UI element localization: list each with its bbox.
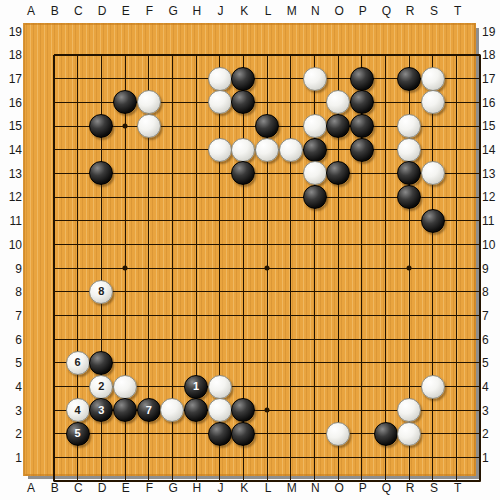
intersection-C3[interactable]: [90, 422, 114, 446]
intersection-N4[interactable]: [326, 398, 350, 422]
intersection-N11[interactable]: [326, 233, 350, 257]
intersection-R19[interactable]: [421, 43, 445, 67]
intersection-L8[interactable]: [279, 304, 303, 328]
intersection-N7[interactable]: [326, 327, 350, 351]
intersection-Q8[interactable]: [397, 304, 421, 328]
intersection-A13[interactable]: [42, 185, 66, 209]
intersection-B5[interactable]: [66, 375, 90, 399]
intersection-N3[interactable]: [326, 422, 350, 446]
intersection-M6[interactable]: [303, 351, 327, 375]
intersection-O14[interactable]: [350, 162, 374, 186]
intersection-D8[interactable]: [113, 304, 137, 328]
intersection-A3[interactable]: [42, 422, 66, 446]
intersection-K15[interactable]: [255, 138, 279, 162]
intersection-L4[interactable]: [279, 398, 303, 422]
intersection-L9[interactable]: [279, 280, 303, 304]
intersection-H2[interactable]: [208, 446, 232, 470]
intersection-G19[interactable]: [184, 43, 208, 67]
intersection-H15[interactable]: [208, 138, 232, 162]
intersection-B7[interactable]: [66, 327, 90, 351]
intersection-K9[interactable]: [255, 280, 279, 304]
intersection-S2[interactable]: [445, 446, 469, 470]
intersection-E9[interactable]: [137, 280, 161, 304]
intersection-F8[interactable]: [161, 304, 185, 328]
intersection-F10[interactable]: [161, 256, 185, 280]
intersection-H18[interactable]: [208, 67, 232, 91]
intersection-J9[interactable]: [232, 280, 256, 304]
intersection-L13[interactable]: [279, 185, 303, 209]
intersection-L18[interactable]: [279, 67, 303, 91]
intersection-H19[interactable]: [208, 43, 232, 67]
intersection-N12[interactable]: [326, 209, 350, 233]
intersection-Q10[interactable]: [397, 256, 421, 280]
intersection-R11[interactable]: [421, 233, 445, 257]
intersection-E4[interactable]: 7: [137, 398, 161, 422]
intersection-E6[interactable]: [137, 351, 161, 375]
intersection-N5[interactable]: [326, 375, 350, 399]
intersection-L14[interactable]: [279, 162, 303, 186]
intersection-B16[interactable]: [66, 114, 90, 138]
intersection-A18[interactable]: [42, 67, 66, 91]
intersection-J10[interactable]: [232, 256, 256, 280]
intersection-J2[interactable]: [232, 446, 256, 470]
intersection-K3[interactable]: [255, 422, 279, 446]
intersection-E18[interactable]: [137, 67, 161, 91]
intersection-K18[interactable]: [255, 67, 279, 91]
intersection-P3[interactable]: [374, 422, 398, 446]
intersection-N16[interactable]: [326, 114, 350, 138]
intersection-C19[interactable]: [90, 43, 114, 67]
intersection-B13[interactable]: [66, 185, 90, 209]
intersection-E5[interactable]: [137, 375, 161, 399]
intersection-L15[interactable]: [279, 138, 303, 162]
intersection-S13[interactable]: [445, 185, 469, 209]
intersection-R6[interactable]: [421, 351, 445, 375]
intersection-H17[interactable]: [208, 91, 232, 115]
intersection-J6[interactable]: [232, 351, 256, 375]
intersection-S7[interactable]: [445, 327, 469, 351]
intersection-P16[interactable]: [374, 114, 398, 138]
intersection-C13[interactable]: [90, 185, 114, 209]
intersection-R13[interactable]: [421, 185, 445, 209]
intersection-A4[interactable]: [42, 398, 66, 422]
intersection-M17[interactable]: [303, 91, 327, 115]
intersection-A8[interactable]: [42, 304, 66, 328]
intersection-P19[interactable]: [374, 43, 398, 67]
intersection-M10[interactable]: [303, 256, 327, 280]
intersection-C14[interactable]: [90, 162, 114, 186]
intersection-A6[interactable]: [42, 351, 66, 375]
intersection-D2[interactable]: [113, 446, 137, 470]
intersection-D4[interactable]: [113, 398, 137, 422]
intersection-F5[interactable]: [161, 375, 185, 399]
intersection-K7[interactable]: [255, 327, 279, 351]
intersection-M3[interactable]: [303, 422, 327, 446]
intersection-E8[interactable]: [137, 304, 161, 328]
intersection-P18[interactable]: [374, 67, 398, 91]
intersection-K16[interactable]: [255, 114, 279, 138]
intersection-C16[interactable]: [90, 114, 114, 138]
intersection-G3[interactable]: [184, 422, 208, 446]
intersection-B6[interactable]: 6: [66, 351, 90, 375]
intersection-M11[interactable]: [303, 233, 327, 257]
intersection-J7[interactable]: [232, 327, 256, 351]
intersection-F17[interactable]: [161, 91, 185, 115]
intersection-O12[interactable]: [350, 209, 374, 233]
intersection-N15[interactable]: [326, 138, 350, 162]
intersection-E12[interactable]: [137, 209, 161, 233]
intersection-M15[interactable]: [303, 138, 327, 162]
intersection-A9[interactable]: [42, 280, 66, 304]
intersection-G14[interactable]: [184, 162, 208, 186]
intersection-P17[interactable]: [374, 91, 398, 115]
intersection-G10[interactable]: [184, 256, 208, 280]
intersection-J11[interactable]: [232, 233, 256, 257]
intersection-N14[interactable]: [326, 162, 350, 186]
intersection-P4[interactable]: [374, 398, 398, 422]
intersection-F13[interactable]: [161, 185, 185, 209]
intersection-O10[interactable]: [350, 256, 374, 280]
intersection-N18[interactable]: [326, 67, 350, 91]
intersection-H3[interactable]: [208, 422, 232, 446]
intersection-Q2[interactable]: [397, 446, 421, 470]
intersection-F18[interactable]: [161, 67, 185, 91]
intersection-Q15[interactable]: [397, 138, 421, 162]
intersection-F19[interactable]: [161, 43, 185, 67]
intersection-S16[interactable]: [445, 114, 469, 138]
intersection-S12[interactable]: [445, 209, 469, 233]
intersection-O11[interactable]: [350, 233, 374, 257]
intersection-D7[interactable]: [113, 327, 137, 351]
intersection-K6[interactable]: [255, 351, 279, 375]
intersection-P6[interactable]: [374, 351, 398, 375]
intersection-L3[interactable]: [279, 422, 303, 446]
intersection-O7[interactable]: [350, 327, 374, 351]
intersection-R10[interactable]: [421, 256, 445, 280]
intersection-A16[interactable]: [42, 114, 66, 138]
intersection-G16[interactable]: [184, 114, 208, 138]
intersection-K14[interactable]: [255, 162, 279, 186]
intersection-J5[interactable]: [232, 375, 256, 399]
intersection-E10[interactable]: [137, 256, 161, 280]
intersection-C17[interactable]: [90, 91, 114, 115]
intersection-H12[interactable]: [208, 209, 232, 233]
intersection-L11[interactable]: [279, 233, 303, 257]
intersection-P14[interactable]: [374, 162, 398, 186]
intersection-Q11[interactable]: [397, 233, 421, 257]
intersection-S11[interactable]: [445, 233, 469, 257]
intersection-B3[interactable]: 5: [66, 422, 90, 446]
intersection-C8[interactable]: [90, 304, 114, 328]
intersection-C7[interactable]: [90, 327, 114, 351]
intersection-D5[interactable]: [113, 375, 137, 399]
intersection-P9[interactable]: [374, 280, 398, 304]
intersection-K4[interactable]: [255, 398, 279, 422]
intersection-S4[interactable]: [445, 398, 469, 422]
intersection-O18[interactable]: [350, 67, 374, 91]
intersection-J17[interactable]: [232, 91, 256, 115]
intersection-J3[interactable]: [232, 422, 256, 446]
intersection-S8[interactable]: [445, 304, 469, 328]
intersection-B10[interactable]: [66, 256, 90, 280]
intersection-E7[interactable]: [137, 327, 161, 351]
intersection-A11[interactable]: [42, 233, 66, 257]
intersection-N6[interactable]: [326, 351, 350, 375]
intersection-L7[interactable]: [279, 327, 303, 351]
intersection-A15[interactable]: [42, 138, 66, 162]
intersection-N19[interactable]: [326, 43, 350, 67]
intersection-G2[interactable]: [184, 446, 208, 470]
intersection-O17[interactable]: [350, 91, 374, 115]
intersection-B8[interactable]: [66, 304, 90, 328]
intersection-F4[interactable]: [161, 398, 185, 422]
intersection-K5[interactable]: [255, 375, 279, 399]
intersection-R9[interactable]: [421, 280, 445, 304]
intersection-B2[interactable]: [66, 446, 90, 470]
intersection-M8[interactable]: [303, 304, 327, 328]
intersection-K10[interactable]: [255, 256, 279, 280]
intersection-R3[interactable]: [421, 422, 445, 446]
intersection-F2[interactable]: [161, 446, 185, 470]
intersection-R15[interactable]: [421, 138, 445, 162]
intersection-R14[interactable]: [421, 162, 445, 186]
intersection-A12[interactable]: [42, 209, 66, 233]
intersection-E11[interactable]: [137, 233, 161, 257]
intersection-Q18[interactable]: [397, 67, 421, 91]
intersection-G5[interactable]: 1: [184, 375, 208, 399]
intersection-E16[interactable]: [137, 114, 161, 138]
intersection-B14[interactable]: [66, 162, 90, 186]
intersection-P13[interactable]: [374, 185, 398, 209]
intersection-O13[interactable]: [350, 185, 374, 209]
intersection-S17[interactable]: [445, 91, 469, 115]
intersection-M12[interactable]: [303, 209, 327, 233]
intersection-C12[interactable]: [90, 209, 114, 233]
intersection-S15[interactable]: [445, 138, 469, 162]
intersection-M18[interactable]: [303, 67, 327, 91]
intersection-A17[interactable]: [42, 91, 66, 115]
intersection-B17[interactable]: [66, 91, 90, 115]
intersection-L19[interactable]: [279, 43, 303, 67]
intersection-B12[interactable]: [66, 209, 90, 233]
intersection-A10[interactable]: [42, 256, 66, 280]
intersection-K2[interactable]: [255, 446, 279, 470]
intersection-Q13[interactable]: [397, 185, 421, 209]
intersection-R2[interactable]: [421, 446, 445, 470]
intersection-O6[interactable]: [350, 351, 374, 375]
intersection-O16[interactable]: [350, 114, 374, 138]
intersection-C11[interactable]: [90, 233, 114, 257]
intersection-H4[interactable]: [208, 398, 232, 422]
intersection-Q7[interactable]: [397, 327, 421, 351]
intersection-M14[interactable]: [303, 162, 327, 186]
intersection-G8[interactable]: [184, 304, 208, 328]
intersection-O8[interactable]: [350, 304, 374, 328]
intersection-M7[interactable]: [303, 327, 327, 351]
intersection-B15[interactable]: [66, 138, 90, 162]
intersection-G18[interactable]: [184, 67, 208, 91]
intersection-Q4[interactable]: [397, 398, 421, 422]
intersection-J12[interactable]: [232, 209, 256, 233]
intersection-S14[interactable]: [445, 162, 469, 186]
intersection-A2[interactable]: [42, 446, 66, 470]
intersection-E14[interactable]: [137, 162, 161, 186]
intersection-M9[interactable]: [303, 280, 327, 304]
intersection-H10[interactable]: [208, 256, 232, 280]
intersection-K19[interactable]: [255, 43, 279, 67]
intersection-P2[interactable]: [374, 446, 398, 470]
intersection-F16[interactable]: [161, 114, 185, 138]
intersection-H8[interactable]: [208, 304, 232, 328]
intersection-P15[interactable]: [374, 138, 398, 162]
intersection-N10[interactable]: [326, 256, 350, 280]
intersection-F15[interactable]: [161, 138, 185, 162]
intersection-C15[interactable]: [90, 138, 114, 162]
intersection-S19[interactable]: [445, 43, 469, 67]
intersection-O15[interactable]: [350, 138, 374, 162]
intersection-Q14[interactable]: [397, 162, 421, 186]
intersection-G15[interactable]: [184, 138, 208, 162]
intersection-L2[interactable]: [279, 446, 303, 470]
intersection-C9[interactable]: 8: [90, 280, 114, 304]
intersection-D6[interactable]: [113, 351, 137, 375]
intersection-N13[interactable]: [326, 185, 350, 209]
intersection-F14[interactable]: [161, 162, 185, 186]
intersection-Q12[interactable]: [397, 209, 421, 233]
intersection-L16[interactable]: [279, 114, 303, 138]
intersection-A14[interactable]: [42, 162, 66, 186]
intersection-K11[interactable]: [255, 233, 279, 257]
intersection-H5[interactable]: [208, 375, 232, 399]
intersection-M5[interactable]: [303, 375, 327, 399]
intersection-G6[interactable]: [184, 351, 208, 375]
intersection-J13[interactable]: [232, 185, 256, 209]
intersection-B18[interactable]: [66, 67, 90, 91]
intersection-Q16[interactable]: [397, 114, 421, 138]
intersection-D13[interactable]: [113, 185, 137, 209]
intersection-H16[interactable]: [208, 114, 232, 138]
intersection-T1[interactable]: [469, 470, 493, 494]
intersection-C18[interactable]: [90, 67, 114, 91]
intersection-E19[interactable]: [137, 43, 161, 67]
intersection-F11[interactable]: [161, 233, 185, 257]
intersection-H11[interactable]: [208, 233, 232, 257]
intersection-S18[interactable]: [445, 67, 469, 91]
intersection-C2[interactable]: [90, 446, 114, 470]
intersection-N17[interactable]: [326, 91, 350, 115]
intersection-S9[interactable]: [445, 280, 469, 304]
intersection-P7[interactable]: [374, 327, 398, 351]
intersection-G13[interactable]: [184, 185, 208, 209]
intersection-S10[interactable]: [445, 256, 469, 280]
intersection-C4[interactable]: 3: [90, 398, 114, 422]
intersection-G11[interactable]: [184, 233, 208, 257]
intersection-F3[interactable]: [161, 422, 185, 446]
intersection-D10[interactable]: [113, 256, 137, 280]
intersection-Q5[interactable]: [397, 375, 421, 399]
intersection-J16[interactable]: [232, 114, 256, 138]
intersection-P12[interactable]: [374, 209, 398, 233]
intersection-R7[interactable]: [421, 327, 445, 351]
intersection-P11[interactable]: [374, 233, 398, 257]
intersection-F9[interactable]: [161, 280, 185, 304]
intersection-J8[interactable]: [232, 304, 256, 328]
intersection-D18[interactable]: [113, 67, 137, 91]
intersection-K12[interactable]: [255, 209, 279, 233]
intersection-K17[interactable]: [255, 91, 279, 115]
intersection-F6[interactable]: [161, 351, 185, 375]
intersection-D15[interactable]: [113, 138, 137, 162]
intersection-D17[interactable]: [113, 91, 137, 115]
intersection-G17[interactable]: [184, 91, 208, 115]
intersection-R17[interactable]: [421, 91, 445, 115]
intersection-D3[interactable]: [113, 422, 137, 446]
intersection-D11[interactable]: [113, 233, 137, 257]
intersection-L12[interactable]: [279, 209, 303, 233]
intersection-S3[interactable]: [445, 422, 469, 446]
intersection-Q9[interactable]: [397, 280, 421, 304]
intersection-R12[interactable]: [421, 209, 445, 233]
intersection-A19[interactable]: [42, 43, 66, 67]
intersection-E15[interactable]: [137, 138, 161, 162]
intersection-D12[interactable]: [113, 209, 137, 233]
intersection-O9[interactable]: [350, 280, 374, 304]
intersection-R5[interactable]: [421, 375, 445, 399]
intersection-P10[interactable]: [374, 256, 398, 280]
intersection-L6[interactable]: [279, 351, 303, 375]
intersection-F7[interactable]: [161, 327, 185, 351]
intersection-E13[interactable]: [137, 185, 161, 209]
intersection-H7[interactable]: [208, 327, 232, 351]
intersection-H9[interactable]: [208, 280, 232, 304]
intersection-O5[interactable]: [350, 375, 374, 399]
intersection-J15[interactable]: [232, 138, 256, 162]
intersection-R8[interactable]: [421, 304, 445, 328]
intersection-M19[interactable]: [303, 43, 327, 67]
intersection-O4[interactable]: [350, 398, 374, 422]
intersection-J14[interactable]: [232, 162, 256, 186]
intersection-D16[interactable]: [113, 114, 137, 138]
intersection-H14[interactable]: [208, 162, 232, 186]
intersection-J19[interactable]: [232, 43, 256, 67]
intersection-H6[interactable]: [208, 351, 232, 375]
intersection-L10[interactable]: [279, 256, 303, 280]
intersection-A5[interactable]: [42, 375, 66, 399]
intersection-D14[interactable]: [113, 162, 137, 186]
intersection-B9[interactable]: [66, 280, 90, 304]
intersection-G9[interactable]: [184, 280, 208, 304]
intersection-J18[interactable]: [232, 67, 256, 91]
intersection-Q19[interactable]: [397, 43, 421, 67]
intersection-M4[interactable]: [303, 398, 327, 422]
intersection-O2[interactable]: [350, 446, 374, 470]
intersection-N2[interactable]: [326, 446, 350, 470]
intersection-H13[interactable]: [208, 185, 232, 209]
intersection-R16[interactable]: [421, 114, 445, 138]
intersection-D19[interactable]: [113, 43, 137, 67]
intersection-E3[interactable]: [137, 422, 161, 446]
intersection-D9[interactable]: [113, 280, 137, 304]
intersection-S5[interactable]: [445, 375, 469, 399]
intersection-M16[interactable]: [303, 114, 327, 138]
intersection-G12[interactable]: [184, 209, 208, 233]
intersection-K8[interactable]: [255, 304, 279, 328]
intersection-C5[interactable]: 2: [90, 375, 114, 399]
intersection-J4[interactable]: [232, 398, 256, 422]
intersection-C10[interactable]: [90, 256, 114, 280]
intersection-O3[interactable]: [350, 422, 374, 446]
intersection-P8[interactable]: [374, 304, 398, 328]
